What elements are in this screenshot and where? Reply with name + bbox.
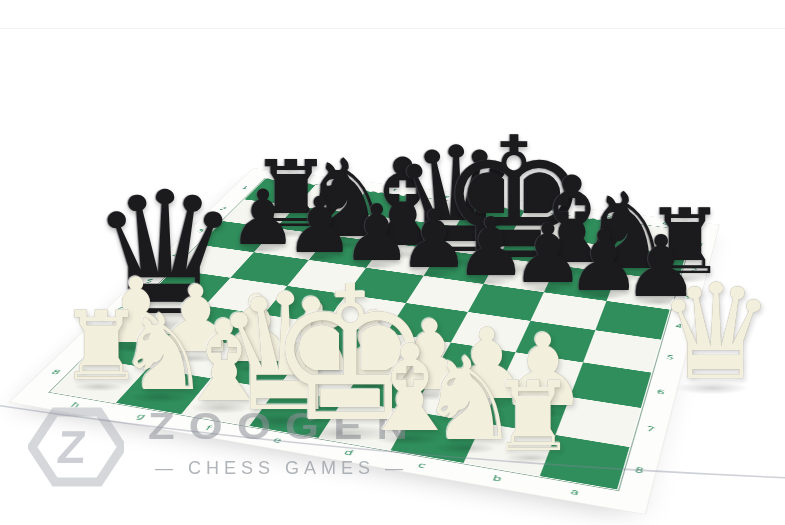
spare-white-queen-offboard: ♛ [657,266,775,398]
photo-stage: hgfedcba1122334455667788hgfedcba Z ZOOGE… [0,0,785,525]
pieces-layer: ♜♞♝♛♚♝♞♜♟♟♟♟♟♟♟♟♛♟♟♟♟♟♟♟♟♜♞♝♛♚♝♞♜♛ [0,0,785,525]
white-rook-near-right: ♜ [490,369,576,465]
